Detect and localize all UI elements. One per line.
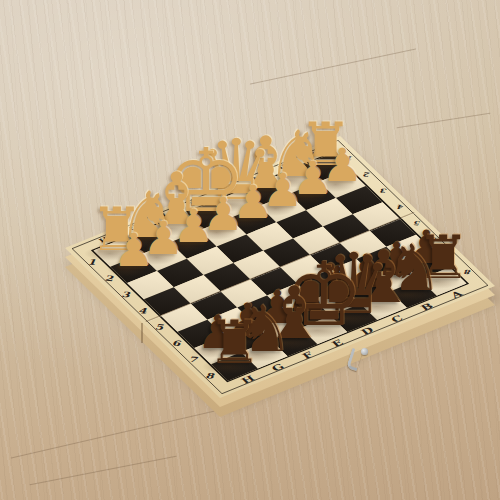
piece-black-rook-h8[interactable]: ♜ bbox=[204, 312, 264, 372]
clasp-latch bbox=[347, 347, 369, 373]
clasp-screw-icon bbox=[361, 348, 368, 355]
piece-white-pawn-h2[interactable]: ♟ bbox=[111, 227, 157, 273]
side-fold-seam bbox=[141, 323, 143, 343]
pieces-layer: ♜♞♟♝♟♛♟♚♟♝♟♞♟♜♟♟♟♟♜♟♞♟♝♟♛♟♚♟♝♟♞♜ bbox=[0, 0, 500, 500]
table-surface: 1122334455667788AABBCCDDEEFFGGHH ♜♞♟♝♟♛♟… bbox=[0, 0, 500, 500]
